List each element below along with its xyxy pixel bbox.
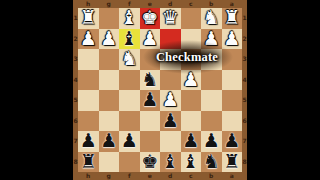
board-grid: ♜♝♚♛♞♜♟♟♝♟♟♟♞♞♟♟♟♟♟♟♟♟♟♟♜♚♝♝♞♜ (78, 8, 242, 172)
square-b5[interactable] (201, 90, 222, 111)
black-bishop-piece: ♝ (182, 151, 199, 171)
file-label-a: a (222, 0, 243, 8)
square-a1[interactable]: ♜ (222, 8, 243, 29)
black-pawn-piece: ♟ (80, 130, 97, 150)
white-bishop-piece: ♝ (121, 7, 138, 27)
file-label-f: f (119, 0, 140, 8)
square-d4[interactable] (160, 70, 181, 91)
rank-label-6: 6 (242, 111, 247, 132)
file-label-g: g (99, 0, 120, 8)
square-d5[interactable]: ♟ (160, 90, 181, 111)
white-king-piece: ♚ (141, 7, 158, 27)
file-label-d: d (160, 0, 181, 8)
white-knight-piece: ♞ (203, 7, 220, 27)
chess-board: hgfedcba hgfedcba 12345678 12345678 ♜♝♚♛… (73, 0, 247, 180)
square-h6[interactable] (78, 111, 99, 132)
square-c8[interactable]: ♝ (181, 152, 202, 173)
file-label-f: f (119, 172, 140, 180)
square-e1[interactable]: ♚ (140, 8, 161, 29)
square-e8[interactable]: ♚ (140, 152, 161, 173)
rank-label-7: 7 (242, 131, 247, 152)
black-bishop-piece: ♝ (121, 28, 138, 48)
black-pawn-piece: ♟ (162, 110, 179, 130)
square-a4[interactable] (222, 70, 243, 91)
black-pawn-piece: ♟ (100, 130, 117, 150)
file-label-h: h (78, 172, 99, 180)
square-d2[interactable] (160, 29, 181, 50)
square-a3[interactable] (222, 49, 243, 70)
square-g4[interactable] (99, 70, 120, 91)
square-c2[interactable] (181, 29, 202, 50)
file-labels-bottom: hgfedcba (78, 172, 242, 180)
white-knight-piece: ♞ (121, 48, 138, 68)
square-f6[interactable] (119, 111, 140, 132)
black-pawn-piece: ♟ (223, 130, 240, 150)
file-label-b: b (201, 172, 222, 180)
square-f7[interactable]: ♟ (119, 131, 140, 152)
square-a6[interactable] (222, 111, 243, 132)
white-pawn-piece: ♟ (162, 89, 179, 109)
checkmate-banner: Checkmate (152, 50, 222, 65)
square-h7[interactable]: ♟ (78, 131, 99, 152)
square-b6[interactable] (201, 111, 222, 132)
square-g7[interactable]: ♟ (99, 131, 120, 152)
white-pawn-piece: ♟ (100, 28, 117, 48)
white-rook-piece: ♜ (80, 7, 97, 27)
square-f1[interactable]: ♝ (119, 8, 140, 29)
square-h5[interactable] (78, 90, 99, 111)
rank-label-8: 8 (242, 152, 247, 173)
white-queen-piece: ♛ (162, 7, 179, 27)
black-pawn-piece: ♟ (121, 130, 138, 150)
square-c1[interactable] (181, 8, 202, 29)
square-e7[interactable] (140, 131, 161, 152)
square-b7[interactable]: ♟ (201, 131, 222, 152)
square-f3[interactable]: ♞ (119, 49, 140, 70)
square-h8[interactable]: ♜ (78, 152, 99, 173)
black-king-piece: ♚ (141, 151, 158, 171)
black-pawn-piece: ♟ (203, 130, 220, 150)
black-pawn-piece: ♟ (141, 89, 158, 109)
square-a5[interactable] (222, 90, 243, 111)
square-b1[interactable]: ♞ (201, 8, 222, 29)
square-b4[interactable] (201, 70, 222, 91)
square-d7[interactable] (160, 131, 181, 152)
file-label-b: b (201, 0, 222, 8)
file-label-g: g (99, 172, 120, 180)
black-rook-piece: ♜ (80, 151, 97, 171)
white-pawn-piece: ♟ (141, 28, 158, 48)
white-pawn-piece: ♟ (223, 28, 240, 48)
square-g1[interactable] (99, 8, 120, 29)
square-g3[interactable] (99, 49, 120, 70)
square-c6[interactable] (181, 111, 202, 132)
black-pawn-piece: ♟ (182, 130, 199, 150)
square-b2[interactable]: ♟ (201, 29, 222, 50)
rank-label-5: 5 (242, 90, 247, 111)
rank-label-1: 1 (242, 8, 247, 29)
square-g5[interactable] (99, 90, 120, 111)
square-h4[interactable] (78, 70, 99, 91)
square-c5[interactable] (181, 90, 202, 111)
file-label-e: e (140, 0, 161, 8)
square-f2[interactable]: ♝ (119, 29, 140, 50)
square-c7[interactable]: ♟ (181, 131, 202, 152)
square-b8[interactable]: ♞ (201, 152, 222, 173)
square-d8[interactable]: ♝ (160, 152, 181, 173)
rank-label-3: 3 (242, 49, 247, 70)
square-g8[interactable] (99, 152, 120, 173)
square-h2[interactable]: ♟ (78, 29, 99, 50)
file-label-c: c (181, 172, 202, 180)
square-h1[interactable]: ♜ (78, 8, 99, 29)
square-f5[interactable] (119, 90, 140, 111)
square-c4[interactable]: ♟ (181, 70, 202, 91)
square-g6[interactable] (99, 111, 120, 132)
black-bishop-piece: ♝ (162, 151, 179, 171)
square-e4[interactable]: ♞ (140, 70, 161, 91)
file-label-h: h (78, 0, 99, 8)
file-label-a: a (222, 172, 243, 180)
square-d6[interactable]: ♟ (160, 111, 181, 132)
square-g2[interactable]: ♟ (99, 29, 120, 50)
rank-label-2: 2 (242, 29, 247, 50)
white-rook-piece: ♜ (223, 7, 240, 27)
square-a8[interactable]: ♜ (222, 152, 243, 173)
square-a7[interactable]: ♟ (222, 131, 243, 152)
rank-labels-right: 12345678 (242, 8, 247, 172)
square-e6[interactable] (140, 111, 161, 132)
file-label-d: d (160, 172, 181, 180)
file-label-e: e (140, 172, 161, 180)
white-pawn-piece: ♟ (182, 69, 199, 89)
square-f4[interactable] (119, 70, 140, 91)
rank-label-4: 4 (242, 70, 247, 91)
square-e2[interactable]: ♟ (140, 29, 161, 50)
square-d1[interactable]: ♛ (160, 8, 181, 29)
file-labels-top: hgfedcba (78, 0, 242, 8)
white-pawn-piece: ♟ (80, 28, 97, 48)
square-f8[interactable] (119, 152, 140, 173)
square-h3[interactable] (78, 49, 99, 70)
file-label-c: c (181, 0, 202, 8)
square-e5[interactable]: ♟ (140, 90, 161, 111)
black-rook-piece: ♜ (223, 151, 240, 171)
white-pawn-piece: ♟ (203, 28, 220, 48)
square-a2[interactable]: ♟ (222, 29, 243, 50)
black-knight-piece: ♞ (141, 69, 158, 89)
black-knight-piece: ♞ (203, 151, 220, 171)
